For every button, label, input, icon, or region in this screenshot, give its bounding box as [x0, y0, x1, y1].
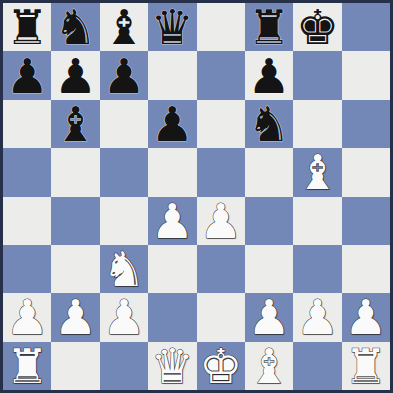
square-d7[interactable]	[148, 51, 196, 99]
square-e1[interactable]: ♚	[197, 342, 245, 390]
square-e3[interactable]	[197, 245, 245, 293]
square-g1[interactable]	[293, 342, 341, 390]
square-f5[interactable]	[245, 148, 293, 196]
square-f2[interactable]: ♟	[245, 293, 293, 341]
square-a5[interactable]	[3, 148, 51, 196]
square-b3[interactable]	[51, 245, 99, 293]
white-rook-icon[interactable]: ♜	[344, 342, 387, 390]
square-b7[interactable]: ♟	[51, 51, 99, 99]
square-c6[interactable]	[100, 100, 148, 148]
white-rook-icon[interactable]: ♜	[6, 342, 49, 390]
square-f6[interactable]: ♞	[245, 100, 293, 148]
square-h4[interactable]	[342, 197, 390, 245]
square-e4[interactable]: ♟	[197, 197, 245, 245]
square-c3[interactable]: ♞	[100, 245, 148, 293]
square-d4[interactable]: ♟	[148, 197, 196, 245]
square-a7[interactable]: ♟	[3, 51, 51, 99]
black-bishop-icon[interactable]: ♝	[102, 3, 145, 51]
black-knight-icon[interactable]: ♞	[54, 3, 97, 51]
square-d5[interactable]	[148, 148, 196, 196]
white-king-icon[interactable]: ♚	[199, 342, 242, 390]
square-d2[interactable]	[148, 293, 196, 341]
square-c1[interactable]	[100, 342, 148, 390]
square-b4[interactable]	[51, 197, 99, 245]
square-h8[interactable]	[342, 3, 390, 51]
square-a6[interactable]	[3, 100, 51, 148]
square-e6[interactable]	[197, 100, 245, 148]
square-e2[interactable]	[197, 293, 245, 341]
white-pawn-icon[interactable]: ♟	[344, 293, 387, 341]
square-a4[interactable]	[3, 197, 51, 245]
white-bishop-icon[interactable]: ♝	[248, 342, 291, 390]
square-d3[interactable]	[148, 245, 196, 293]
black-pawn-icon[interactable]: ♟	[102, 52, 145, 100]
square-g6[interactable]	[293, 100, 341, 148]
square-g5[interactable]: ♝	[293, 148, 341, 196]
white-bishop-icon[interactable]: ♝	[296, 148, 339, 196]
black-pawn-icon[interactable]: ♟	[6, 52, 49, 100]
square-a1[interactable]: ♜	[3, 342, 51, 390]
square-a8[interactable]: ♜	[3, 3, 51, 51]
square-b8[interactable]: ♞	[51, 3, 99, 51]
black-knight-icon[interactable]: ♞	[248, 100, 291, 148]
square-h1[interactable]: ♜	[342, 342, 390, 390]
chess-board: ♜♞♝♛♜♚♟♟♟♟♝♟♞♝♟♟♞♟♟♟♟♟♟♜♛♚♝♜	[3, 3, 390, 390]
white-pawn-icon[interactable]: ♟	[248, 293, 291, 341]
square-b5[interactable]	[51, 148, 99, 196]
white-pawn-icon[interactable]: ♟	[199, 197, 242, 245]
square-d6[interactable]: ♟	[148, 100, 196, 148]
square-a2[interactable]: ♟	[3, 293, 51, 341]
square-h3[interactable]	[342, 245, 390, 293]
chess-board-frame: ♜♞♝♛♜♚♟♟♟♟♝♟♞♝♟♟♞♟♟♟♟♟♟♜♛♚♝♜	[0, 0, 393, 393]
black-bishop-icon[interactable]: ♝	[54, 100, 97, 148]
square-h5[interactable]	[342, 148, 390, 196]
square-g8[interactable]: ♚	[293, 3, 341, 51]
square-f4[interactable]	[245, 197, 293, 245]
white-knight-icon[interactable]: ♞	[102, 245, 145, 293]
square-e8[interactable]	[197, 3, 245, 51]
black-king-icon[interactable]: ♚	[296, 3, 339, 51]
square-d1[interactable]: ♛	[148, 342, 196, 390]
square-h6[interactable]	[342, 100, 390, 148]
square-f8[interactable]: ♜	[245, 3, 293, 51]
black-rook-icon[interactable]: ♜	[248, 3, 291, 51]
black-pawn-icon[interactable]: ♟	[151, 100, 194, 148]
square-c7[interactable]: ♟	[100, 51, 148, 99]
square-b2[interactable]: ♟	[51, 293, 99, 341]
black-rook-icon[interactable]: ♜	[6, 3, 49, 51]
black-pawn-icon[interactable]: ♟	[248, 52, 291, 100]
square-e7[interactable]	[197, 51, 245, 99]
square-f3[interactable]	[245, 245, 293, 293]
square-b1[interactable]	[51, 342, 99, 390]
square-c8[interactable]: ♝	[100, 3, 148, 51]
square-g2[interactable]: ♟	[293, 293, 341, 341]
white-pawn-icon[interactable]: ♟	[54, 293, 97, 341]
square-c4[interactable]	[100, 197, 148, 245]
square-g3[interactable]	[293, 245, 341, 293]
white-pawn-icon[interactable]: ♟	[151, 197, 194, 245]
white-queen-icon[interactable]: ♛	[151, 342, 194, 390]
black-queen-icon[interactable]: ♛	[151, 3, 194, 51]
square-c2[interactable]: ♟	[100, 293, 148, 341]
black-pawn-icon[interactable]: ♟	[54, 52, 97, 100]
square-h2[interactable]: ♟	[342, 293, 390, 341]
square-d8[interactable]: ♛	[148, 3, 196, 51]
square-c5[interactable]	[100, 148, 148, 196]
white-pawn-icon[interactable]: ♟	[296, 293, 339, 341]
square-f1[interactable]: ♝	[245, 342, 293, 390]
square-a3[interactable]	[3, 245, 51, 293]
square-h7[interactable]	[342, 51, 390, 99]
square-g7[interactable]	[293, 51, 341, 99]
square-b6[interactable]: ♝	[51, 100, 99, 148]
square-e5[interactable]	[197, 148, 245, 196]
white-pawn-icon[interactable]: ♟	[102, 293, 145, 341]
white-pawn-icon[interactable]: ♟	[6, 293, 49, 341]
square-f7[interactable]: ♟	[245, 51, 293, 99]
square-g4[interactable]	[293, 197, 341, 245]
